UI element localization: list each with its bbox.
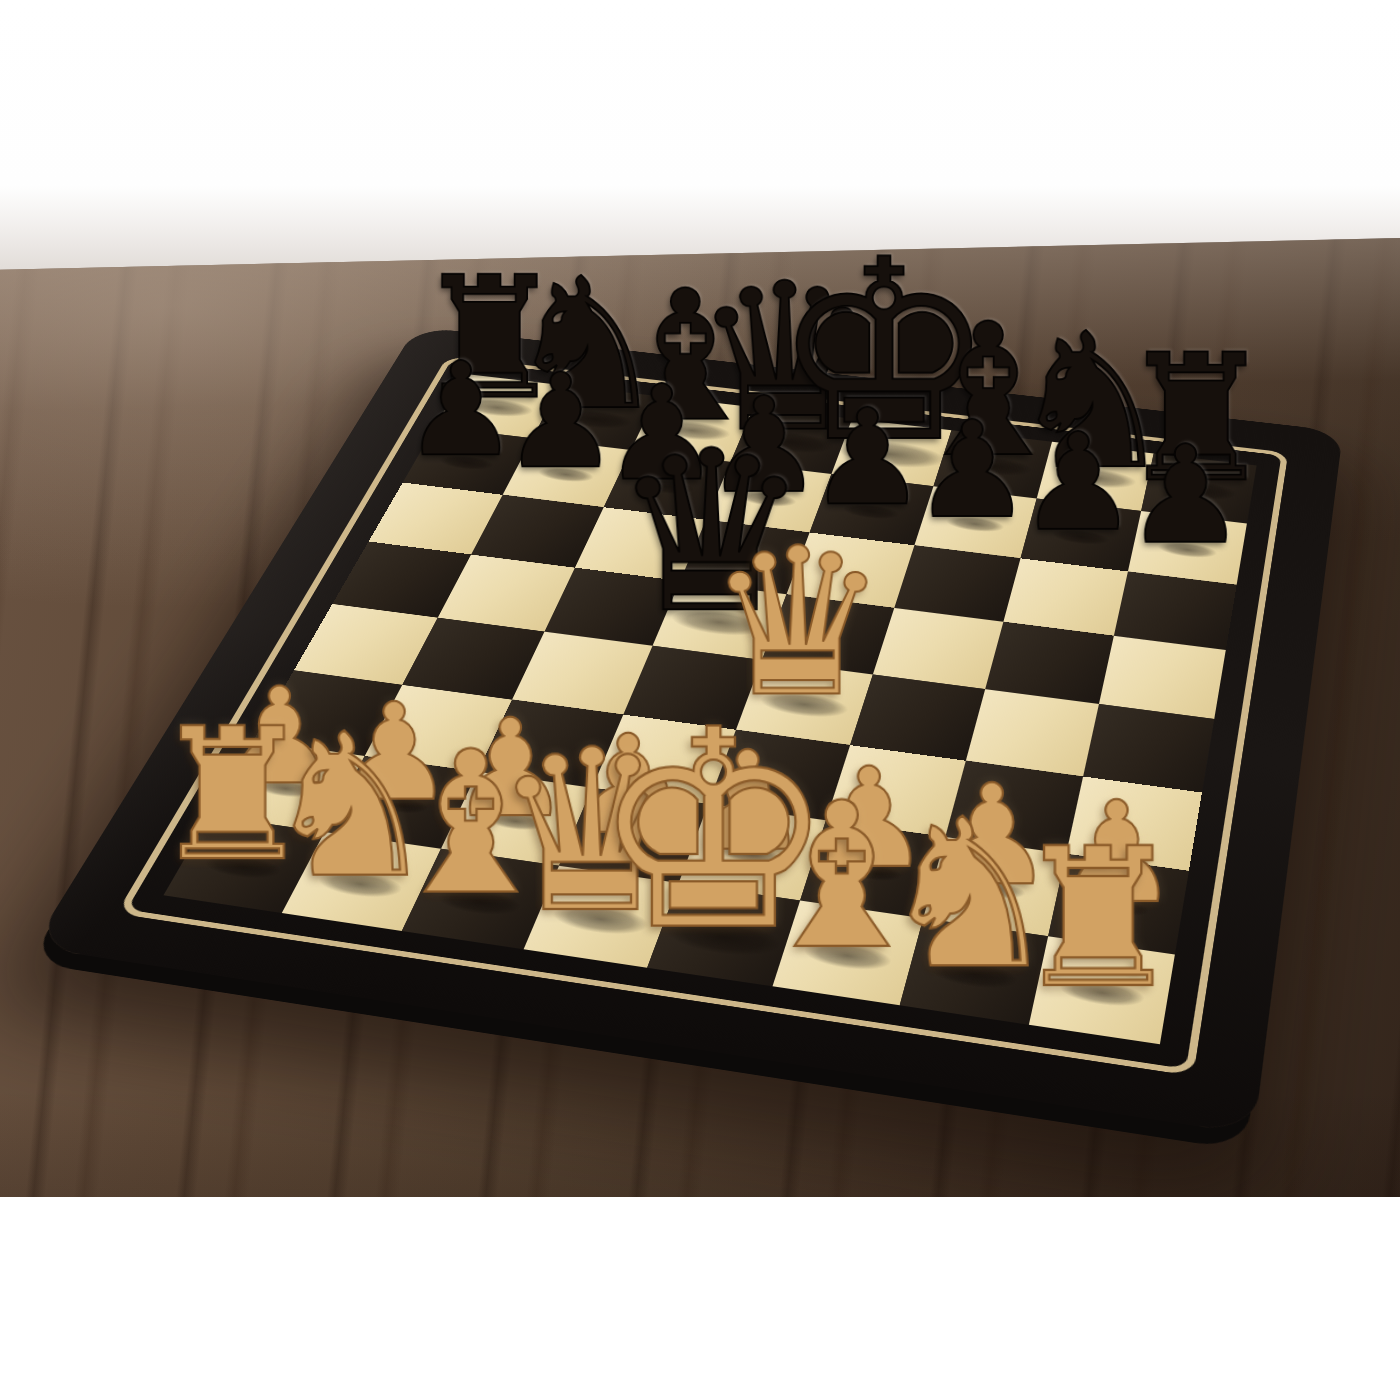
chess-board: ♜♞♝♛♚♝♞♜♟♟♟♟♟♟♟♟♛♛♟♟♟♟♟♟♟♟♜♞♝♛♚♝♞♜ <box>32 326 1343 1134</box>
white-rook: ♜ <box>924 822 1271 1014</box>
black-pawn: ♟ <box>1042 428 1329 563</box>
photo-bottom-margin <box>0 1197 1400 1400</box>
board-scene: ♜♞♝♛♚♝♞♜♟♟♟♟♟♟♟♟♛♛♟♟♟♟♟♟♟♟♜♞♝♛♚♝♞♜ <box>0 0 1400 1400</box>
product-photo: { "game": "chess", "scene": { "descripti… <box>0 0 1400 1400</box>
